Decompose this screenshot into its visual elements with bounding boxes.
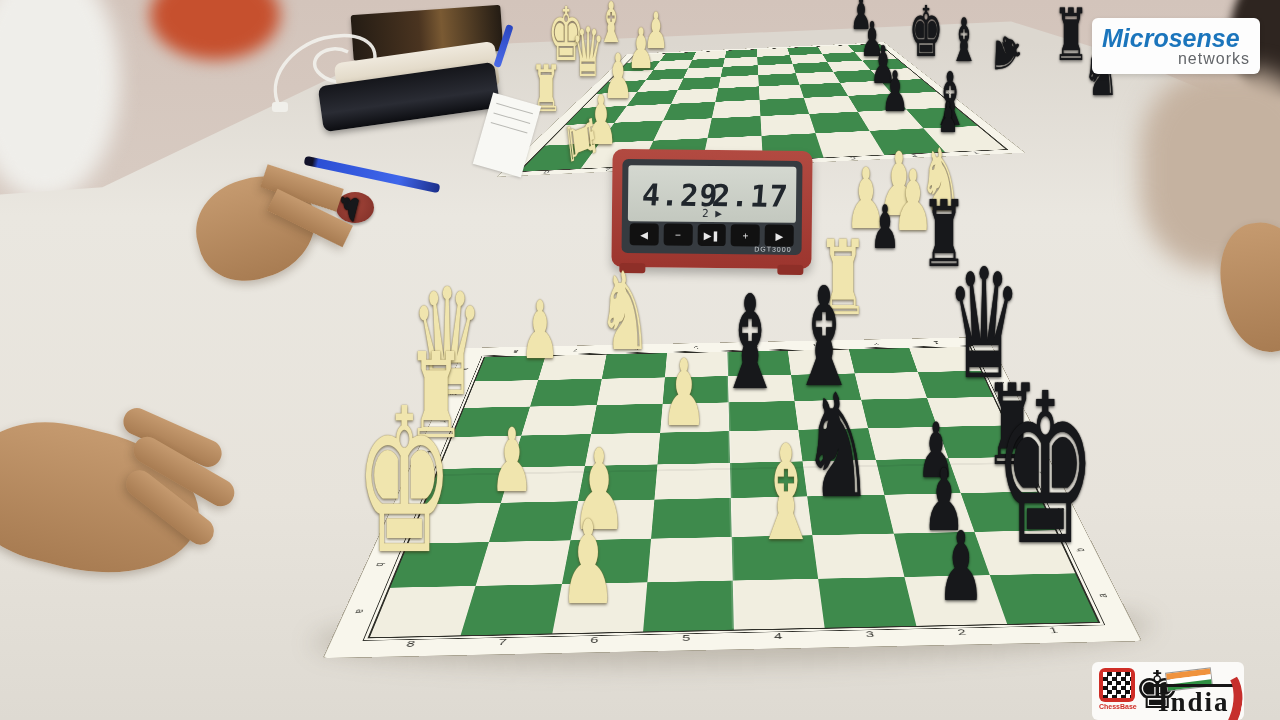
square-c5[interactable]	[651, 498, 732, 539]
rank-label: 4	[726, 342, 786, 349]
square-f7[interactable]	[521, 405, 596, 435]
square-f2[interactable]	[861, 398, 937, 428]
file-label: f	[408, 417, 478, 427]
square-a3[interactable]	[818, 577, 916, 628]
file-label: b	[337, 558, 424, 572]
square-a7[interactable]	[461, 584, 562, 635]
square-f3[interactable]	[795, 400, 868, 430]
square-h3[interactable]	[788, 349, 854, 374]
square-e5[interactable]	[657, 431, 730, 464]
file-label: c	[358, 517, 440, 530]
clock-move-indicator: 2 ▶	[702, 207, 722, 220]
rank-label: 7	[454, 636, 550, 653]
chessbase-checker-icon	[1099, 668, 1135, 702]
rank-label: 1	[1006, 624, 1104, 641]
rank-label: 2	[845, 340, 907, 347]
rank-label: 1	[905, 339, 967, 346]
square-c3[interactable]	[807, 495, 893, 535]
file-label: a	[314, 603, 407, 619]
file-label: e	[393, 447, 467, 457]
background-blur	[1140, 70, 1280, 270]
chessbase-india-logo: ChessBase ♚ India	[1092, 662, 1244, 720]
rank-label: 5	[666, 344, 726, 351]
rank-label: 6	[546, 634, 640, 651]
file-label: a	[1055, 588, 1149, 604]
rank-label: 5	[639, 632, 732, 649]
square-b2[interactable]	[893, 532, 989, 577]
square-e2[interactable]	[868, 427, 948, 460]
square-a4[interactable]	[733, 579, 825, 630]
square-e3[interactable]	[799, 428, 876, 461]
file-label: g	[965, 378, 1032, 387]
square-g2[interactable]	[854, 372, 926, 400]
square-c7[interactable]	[489, 501, 577, 542]
square-c4[interactable]	[731, 496, 813, 537]
square-g6[interactable]	[596, 377, 664, 405]
rank-label: 3	[823, 628, 918, 645]
square-a5[interactable]	[643, 581, 734, 632]
rank-label: 6	[606, 345, 667, 352]
file-label: b	[1036, 543, 1124, 557]
rank-label: 2	[914, 626, 1011, 643]
rank-label: 4	[732, 630, 825, 647]
main-chessboard: 87654321 87654321 abcdefgh abcdefgh BLAC…	[314, 227, 1142, 658]
microsense-logo: Microsense networks	[1092, 18, 1260, 74]
square-b5[interactable]	[708, 116, 762, 138]
rank-label: 8	[485, 347, 547, 354]
square-c2[interactable]	[884, 493, 974, 533]
file-label: h	[954, 354, 1018, 362]
file-label: d	[376, 480, 454, 492]
square-g3[interactable]	[791, 373, 861, 401]
square-b4[interactable]	[732, 535, 819, 580]
chessbase-brand-text: ChessBase	[1099, 703, 1137, 710]
square-b6[interactable]	[561, 539, 650, 584]
square-h7[interactable]	[538, 355, 606, 381]
file-label: c	[1019, 503, 1102, 515]
file-label: g	[422, 390, 489, 399]
square-g4[interactable]	[728, 375, 795, 403]
file-label: f	[976, 405, 1047, 414]
square-h4[interactable]	[727, 351, 791, 376]
square-b6[interactable]	[654, 118, 712, 140]
rank-label: 3	[786, 341, 847, 348]
square-b7[interactable]	[476, 540, 570, 586]
square-e4[interactable]	[729, 430, 802, 463]
square-b4[interactable]	[760, 114, 815, 136]
square-h5[interactable]	[665, 352, 728, 377]
square-f4[interactable]	[729, 401, 799, 431]
rank-label: 7	[545, 346, 606, 353]
square-b5[interactable]	[647, 537, 733, 582]
file-label: h	[434, 365, 498, 373]
microsense-logo-text: Microsense	[1102, 26, 1250, 51]
square-g7[interactable]	[530, 379, 601, 407]
square-f5[interactable]	[660, 402, 729, 432]
main-board-surface: 87654321 87654321 abcdefgh abcdefgh BLAC…	[322, 337, 1142, 659]
square-h2[interactable]	[849, 348, 918, 373]
square-h6[interactable]	[602, 353, 667, 378]
clock-time-right: 2.17	[710, 178, 789, 214]
square-b3[interactable]	[813, 534, 904, 579]
clock-display: 4.29 2.17 2 ▶	[628, 165, 797, 223]
file-label: e	[989, 435, 1063, 445]
square-c6[interactable]	[570, 500, 654, 541]
square-a6[interactable]	[552, 582, 647, 633]
rank-label: 8	[361, 638, 459, 655]
square-e6[interactable]	[585, 433, 660, 466]
square-g5[interactable]	[662, 376, 728, 404]
file-label: d	[1003, 467, 1081, 478]
square-e7[interactable]	[512, 434, 591, 467]
photo-scene: 87654321 ♟♟♟♜♚♛♝♟♜♟♟♟♟♟♝♚♝♞♜♞ ♞♟ 4.29 2.…	[0, 0, 1280, 720]
microsense-networks-text: networks	[1102, 51, 1250, 67]
square-f6[interactable]	[591, 404, 663, 434]
